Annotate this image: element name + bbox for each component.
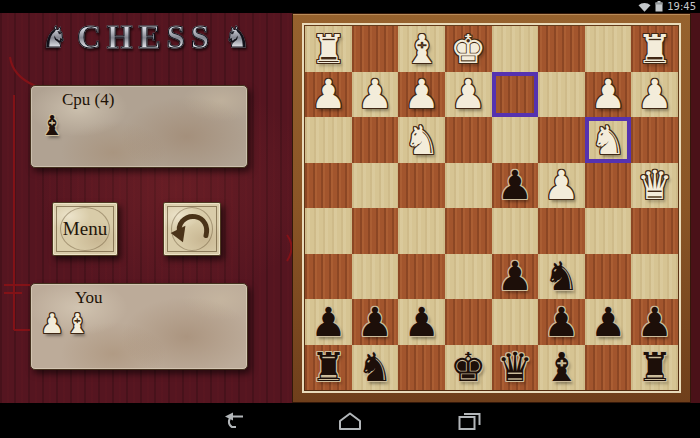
black-piece: ♜	[310, 347, 346, 387]
black-piece: ♞	[544, 256, 580, 296]
knight-icon: ♞	[224, 17, 250, 57]
black-piece: ♟	[590, 302, 626, 342]
square-g8[interactable]: ♞	[352, 345, 399, 391]
black-piece: ♝	[544, 347, 580, 387]
square-g3[interactable]	[352, 117, 399, 163]
square-e6[interactable]	[445, 254, 492, 300]
black-piece: ♟	[310, 302, 346, 342]
square-g6[interactable]	[352, 254, 399, 300]
white-piece: ♞	[404, 120, 440, 160]
square-b3[interactable]: ♞	[585, 117, 632, 163]
square-e3[interactable]	[445, 117, 492, 163]
square-b8[interactable]	[585, 345, 632, 391]
square-h8[interactable]: ♜	[305, 345, 352, 391]
square-e2[interactable]: ♟	[445, 72, 492, 118]
square-c6[interactable]: ♞	[538, 254, 585, 300]
recents-icon[interactable]	[458, 412, 481, 430]
square-g4[interactable]	[352, 163, 399, 209]
square-a5[interactable]	[631, 208, 678, 254]
black-piece: ♟	[637, 302, 673, 342]
square-h4[interactable]	[305, 163, 352, 209]
you-player-panel: You ♟♝	[30, 283, 248, 370]
chess-app-screen: 19:45 ♞ CHESS ♞ Cpu (4) ♝ Menu	[0, 0, 700, 438]
square-e7[interactable]	[445, 299, 492, 345]
square-c3[interactable]	[538, 117, 585, 163]
square-d8[interactable]: ♛	[492, 345, 539, 391]
sidebar: ♞ CHESS ♞ Cpu (4) ♝ Menu You ♟♝	[0, 13, 292, 403]
black-piece: ♛	[497, 347, 533, 387]
board-inner-trim: ♜♝♚♜♟♟♟♟♟♟♞♞♟♟♛♟♞♟♟♟♟♟♟♜♞♚♛♝♜	[302, 23, 681, 393]
square-a4[interactable]: ♛	[631, 163, 678, 209]
square-a8[interactable]: ♜	[631, 345, 678, 391]
you-captured: ♟♝	[40, 310, 89, 337]
square-f1[interactable]: ♝	[398, 26, 445, 72]
square-h2[interactable]: ♟	[305, 72, 352, 118]
white-piece: ♟	[590, 74, 626, 114]
square-a1[interactable]: ♜	[631, 26, 678, 72]
square-e4[interactable]	[445, 163, 492, 209]
black-piece: ♟	[404, 302, 440, 342]
square-d2[interactable]	[492, 72, 539, 118]
square-d6[interactable]: ♟	[492, 254, 539, 300]
cpu-player-panel: Cpu (4) ♝	[30, 85, 248, 168]
black-piece: ♟	[497, 256, 533, 296]
square-b6[interactable]	[585, 254, 632, 300]
square-f6[interactable]	[398, 254, 445, 300]
you-player-label: You	[75, 288, 103, 308]
square-f2[interactable]: ♟	[398, 72, 445, 118]
square-b4[interactable]	[585, 163, 632, 209]
square-d3[interactable]	[492, 117, 539, 163]
black-piece: ♟	[544, 302, 580, 342]
square-f5[interactable]	[398, 208, 445, 254]
black-piece: ♟	[357, 302, 393, 342]
back-icon[interactable]	[222, 412, 246, 429]
undo-arrow-icon	[169, 209, 215, 249]
white-piece: ♛	[637, 165, 673, 205]
square-a7[interactable]: ♟	[631, 299, 678, 345]
board: ♜♝♚♜♟♟♟♟♟♟♞♞♟♟♛♟♞♟♟♟♟♟♟♜♞♚♛♝♜	[305, 26, 678, 390]
black-piece: ♜	[637, 347, 673, 387]
square-c1[interactable]	[538, 26, 585, 72]
square-c4[interactable]: ♟	[538, 163, 585, 209]
square-d7[interactable]	[492, 299, 539, 345]
square-c2[interactable]	[538, 72, 585, 118]
background-strip	[691, 13, 700, 403]
white-piece: ♟	[450, 74, 486, 114]
square-f7[interactable]: ♟	[398, 299, 445, 345]
square-h3[interactable]	[305, 117, 352, 163]
square-g2[interactable]: ♟	[352, 72, 399, 118]
white-piece: ♟	[404, 74, 440, 114]
square-b5[interactable]	[585, 208, 632, 254]
square-f8[interactable]	[398, 345, 445, 391]
square-h1[interactable]: ♜	[305, 26, 352, 72]
white-piece: ♟	[544, 165, 580, 205]
square-h7[interactable]: ♟	[305, 299, 352, 345]
cpu-captured: ♝	[40, 112, 64, 139]
white-piece: ♟	[310, 74, 346, 114]
captured-black-bishop: ♝	[40, 112, 64, 139]
square-g7[interactable]: ♟	[352, 299, 399, 345]
captured-white-bishop: ♝	[65, 310, 89, 337]
square-e8[interactable]: ♚	[445, 345, 492, 391]
captured-white-pawn: ♟	[40, 310, 64, 337]
square-e1[interactable]: ♚	[445, 26, 492, 72]
square-c7[interactable]: ♟	[538, 299, 585, 345]
white-piece: ♚	[450, 29, 486, 69]
square-d4[interactable]: ♟	[492, 163, 539, 209]
square-g1[interactable]	[352, 26, 399, 72]
knight-icon: ♞	[42, 17, 68, 57]
square-a2[interactable]: ♟	[631, 72, 678, 118]
android-navigation-bar	[0, 403, 700, 438]
square-c5[interactable]	[538, 208, 585, 254]
square-b1[interactable]	[585, 26, 632, 72]
square-b2[interactable]: ♟	[585, 72, 632, 118]
undo-button[interactable]	[163, 202, 221, 256]
square-e5[interactable]	[445, 208, 492, 254]
square-f3[interactable]: ♞	[398, 117, 445, 163]
white-piece: ♜	[637, 29, 673, 69]
square-g5[interactable]	[352, 208, 399, 254]
home-icon[interactable]	[338, 412, 362, 430]
square-d1[interactable]	[492, 26, 539, 72]
white-piece: ♟	[637, 74, 673, 114]
cpu-player-label: Cpu (4)	[62, 90, 114, 110]
wifi-icon	[638, 2, 651, 12]
white-piece: ♞	[590, 120, 626, 160]
square-b7[interactable]: ♟	[585, 299, 632, 345]
square-h5[interactable]	[305, 208, 352, 254]
black-piece: ♚	[450, 347, 486, 387]
white-piece: ♜	[310, 29, 346, 69]
square-a6[interactable]	[631, 254, 678, 300]
square-a3[interactable]	[631, 117, 678, 163]
square-f4[interactable]	[398, 163, 445, 209]
board-frame: ♜♝♚♜♟♟♟♟♟♟♞♞♟♟♛♟♞♟♟♟♟♟♟♜♞♚♛♝♜	[292, 13, 691, 403]
battery-icon	[655, 1, 663, 12]
status-bar: 19:45	[0, 0, 700, 13]
white-piece: ♝	[404, 29, 440, 69]
white-piece: ♟	[357, 74, 393, 114]
clock: 19:45	[667, 2, 696, 12]
app-title: CHESS	[77, 17, 215, 57]
square-d5[interactable]	[492, 208, 539, 254]
black-piece: ♞	[357, 347, 393, 387]
menu-button[interactable]: Menu	[52, 202, 118, 256]
black-piece: ♟	[497, 165, 533, 205]
square-h6[interactable]	[305, 254, 352, 300]
square-c8[interactable]: ♝	[538, 345, 585, 391]
app-title-row: ♞ CHESS ♞	[0, 15, 292, 59]
